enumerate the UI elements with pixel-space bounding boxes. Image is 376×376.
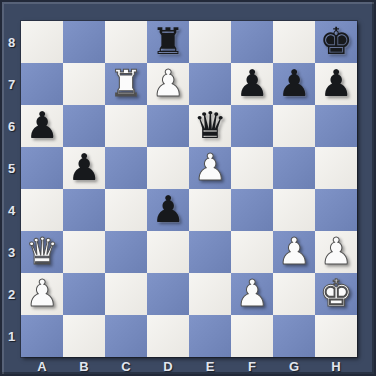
square-d1[interactable] [147,315,189,357]
rank-label-6: 6 [2,105,21,147]
file-label-d: D [147,357,189,376]
board-frame: 87654321 ♜♚♜♟♟♟♟♟♛♟♟♟♛♟♟♟♟♚ ABCDEFGH [0,0,376,376]
square-h7[interactable]: ♟ [315,63,357,105]
square-c5[interactable] [105,147,147,189]
square-e8[interactable] [189,21,231,63]
square-b4[interactable] [63,189,105,231]
file-label-a: A [21,357,63,376]
white-pawn[interactable]: ♟ [273,230,315,272]
square-g6[interactable] [273,105,315,147]
square-g1[interactable] [273,315,315,357]
square-b8[interactable] [63,21,105,63]
rank-label-1: 1 [2,315,21,357]
rank-label-7: 7 [2,63,21,105]
square-f4[interactable] [231,189,273,231]
black-pawn[interactable]: ♟ [63,146,105,188]
black-pawn[interactable]: ♟ [315,62,357,104]
square-b6[interactable] [63,105,105,147]
square-g3[interactable]: ♟ [273,231,315,273]
square-g4[interactable] [273,189,315,231]
file-label-c: C [105,357,147,376]
rank-label-5: 5 [2,147,21,189]
square-h1[interactable] [315,315,357,357]
square-f6[interactable] [231,105,273,147]
white-pawn[interactable]: ♟ [21,272,63,314]
square-f7[interactable]: ♟ [231,63,273,105]
square-a7[interactable] [21,63,63,105]
square-b7[interactable] [63,63,105,105]
square-g7[interactable]: ♟ [273,63,315,105]
white-queen[interactable]: ♛ [21,230,63,272]
square-b2[interactable] [63,273,105,315]
file-labels: ABCDEFGH [21,357,357,376]
square-c8[interactable] [105,21,147,63]
square-b3[interactable] [63,231,105,273]
square-h8[interactable]: ♚ [315,21,357,63]
square-f2[interactable]: ♟ [231,273,273,315]
white-king[interactable]: ♚ [315,272,357,314]
square-f8[interactable] [231,21,273,63]
square-g8[interactable] [273,21,315,63]
square-b1[interactable] [63,315,105,357]
square-a1[interactable] [21,315,63,357]
square-d7[interactable]: ♟ [147,63,189,105]
file-label-h: H [315,357,357,376]
file-label-b: B [63,357,105,376]
square-a4[interactable] [21,189,63,231]
black-pawn[interactable]: ♟ [147,188,189,230]
square-d4[interactable]: ♟ [147,189,189,231]
square-e4[interactable] [189,189,231,231]
chess-board: ♜♚♜♟♟♟♟♟♛♟♟♟♛♟♟♟♟♚ [21,21,357,357]
square-f5[interactable] [231,147,273,189]
square-e3[interactable] [189,231,231,273]
square-c6[interactable] [105,105,147,147]
square-e7[interactable] [189,63,231,105]
square-c3[interactable] [105,231,147,273]
square-e5[interactable]: ♟ [189,147,231,189]
white-pawn[interactable]: ♟ [189,146,231,188]
white-pawn[interactable]: ♟ [231,272,273,314]
black-pawn[interactable]: ♟ [21,104,63,146]
square-g5[interactable] [273,147,315,189]
square-d5[interactable] [147,147,189,189]
rank-labels: 87654321 [2,21,21,357]
black-pawn[interactable]: ♟ [231,62,273,104]
rank-label-4: 4 [2,189,21,231]
square-h2[interactable]: ♚ [315,273,357,315]
black-king[interactable]: ♚ [315,20,357,62]
square-c7[interactable]: ♜ [105,63,147,105]
white-rook[interactable]: ♜ [105,62,147,104]
file-label-f: F [231,357,273,376]
square-a5[interactable] [21,147,63,189]
white-pawn[interactable]: ♟ [315,230,357,272]
square-h4[interactable] [315,189,357,231]
square-e6[interactable]: ♛ [189,105,231,147]
square-h3[interactable]: ♟ [315,231,357,273]
black-rook[interactable]: ♜ [147,20,189,62]
file-label-e: E [189,357,231,376]
square-h6[interactable] [315,105,357,147]
square-a3[interactable]: ♛ [21,231,63,273]
white-pawn[interactable]: ♟ [147,62,189,104]
square-e1[interactable] [189,315,231,357]
black-queen[interactable]: ♛ [189,104,231,146]
square-c2[interactable] [105,273,147,315]
square-f3[interactable] [231,231,273,273]
square-g2[interactable] [273,273,315,315]
square-d8[interactable]: ♜ [147,21,189,63]
file-label-g: G [273,357,315,376]
square-a2[interactable]: ♟ [21,273,63,315]
rank-label-3: 3 [2,231,21,273]
square-h5[interactable] [315,147,357,189]
square-e2[interactable] [189,273,231,315]
square-d2[interactable] [147,273,189,315]
square-c1[interactable] [105,315,147,357]
rank-label-2: 2 [2,273,21,315]
black-pawn[interactable]: ♟ [273,62,315,104]
square-d6[interactable] [147,105,189,147]
square-c4[interactable] [105,189,147,231]
square-a6[interactable]: ♟ [21,105,63,147]
rank-label-8: 8 [2,21,21,63]
square-b5[interactable]: ♟ [63,147,105,189]
square-f1[interactable] [231,315,273,357]
square-a8[interactable] [21,21,63,63]
square-d3[interactable] [147,231,189,273]
